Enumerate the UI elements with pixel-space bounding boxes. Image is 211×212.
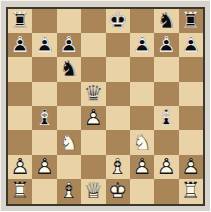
square-d4[interactable]: ♟♙ [81,106,105,130]
white-pawn[interactable]: ♟♙ [32,155,56,179]
black-knight[interactable]: ♞♘ [57,57,81,81]
black-rook-glyph-outline: ♖ [179,9,203,33]
square-f1[interactable] [130,179,154,203]
square-a4[interactable] [8,106,32,130]
white-rook-glyph-outline: ♖ [179,179,203,203]
white-pawn-glyph-outline: ♙ [130,155,154,179]
square-f2[interactable]: ♟♙ [130,155,154,179]
square-b2[interactable]: ♟♙ [32,155,56,179]
square-b3[interactable] [32,130,56,154]
square-d1[interactable]: ♛♕ [81,179,105,203]
square-d8[interactable] [81,9,105,33]
white-pawn-glyph-outline: ♙ [8,155,32,179]
square-e6[interactable] [106,57,130,81]
square-d5[interactable]: ♛♕ [81,82,105,106]
black-rook[interactable]: ♜♖ [8,9,32,33]
black-bishop-glyph-outline: ♗ [32,106,56,130]
square-a1[interactable]: ♜♖ [8,179,32,203]
white-rook-glyph-outline: ♖ [8,179,32,203]
square-h6[interactable] [179,57,203,81]
white-knight[interactable]: ♞♘ [57,130,81,154]
black-bishop[interactable]: ♝♗ [32,106,56,130]
white-bishop[interactable]: ♝♗ [106,155,130,179]
black-pawn-glyph-outline: ♙ [32,33,56,57]
square-d6[interactable] [81,57,105,81]
black-bishop-glyph-outline: ♗ [154,106,178,130]
black-pawn[interactable]: ♟♙ [179,33,203,57]
black-pawn-glyph-outline: ♙ [8,33,32,57]
square-b4[interactable]: ♝♗ [32,106,56,130]
square-a5[interactable] [8,82,32,106]
square-c2[interactable] [57,155,81,179]
square-e3[interactable] [106,130,130,154]
square-g3[interactable] [154,130,178,154]
white-pawn-glyph-outline: ♙ [154,155,178,179]
square-c8[interactable] [57,9,81,33]
black-rook-glyph-outline: ♖ [8,9,32,33]
black-queen-glyph-outline: ♕ [81,82,105,106]
black-king-glyph-outline: ♔ [106,9,130,33]
square-g1[interactable] [154,179,178,203]
black-pawn-glyph-outline: ♙ [179,33,203,57]
white-king-glyph-outline: ♔ [106,179,130,203]
square-c7[interactable]: ♟♙ [57,33,81,57]
square-e4[interactable] [106,106,130,130]
white-king[interactable]: ♚♔ [106,179,130,203]
square-d7[interactable] [81,33,105,57]
square-f8[interactable] [130,9,154,33]
square-c3[interactable]: ♞♘ [57,130,81,154]
white-knight-glyph-outline: ♘ [57,130,81,154]
white-knight[interactable]: ♞♘ [130,130,154,154]
square-c5[interactable] [57,82,81,106]
square-c6[interactable]: ♞♘ [57,57,81,81]
square-h8[interactable]: ♜♖ [179,9,203,33]
white-pawn-glyph-outline: ♙ [179,155,203,179]
square-b5[interactable] [32,82,56,106]
white-pawn[interactable]: ♟♙ [8,155,32,179]
black-pawn-glyph-outline: ♙ [130,33,154,57]
square-c1[interactable]: ♝♗ [57,179,81,203]
square-a3[interactable] [8,130,32,154]
square-g2[interactable]: ♟♙ [154,155,178,179]
square-h5[interactable] [179,82,203,106]
white-queen[interactable]: ♛♕ [81,179,105,203]
black-pawn[interactable]: ♟♙ [8,33,32,57]
black-pawn[interactable]: ♟♙ [130,33,154,57]
square-h1[interactable]: ♜♖ [179,179,203,203]
black-pawn-glyph-outline: ♙ [57,33,81,57]
square-f4[interactable] [130,106,154,130]
square-e2[interactable]: ♝♗ [106,155,130,179]
square-f6[interactable] [130,57,154,81]
square-g5[interactable] [154,82,178,106]
square-h4[interactable] [179,106,203,130]
black-bishop[interactable]: ♝♗ [154,106,178,130]
square-b6[interactable] [32,57,56,81]
white-pawn-glyph-outline: ♙ [32,155,56,179]
square-c4[interactable] [57,106,81,130]
white-knight-glyph-outline: ♘ [130,130,154,154]
square-b8[interactable] [32,9,56,33]
square-a2[interactable]: ♟♙ [8,155,32,179]
square-f5[interactable] [130,82,154,106]
square-g4[interactable]: ♝♗ [154,106,178,130]
board-frame: ♜♖♚♔♞♘♜♖♟♙♟♙♟♙♟♙♟♙♟♙♞♘♛♕♝♗♟♙♝♗♞♘♞♘♟♙♟♙♝♗… [0,0,211,212]
black-queen[interactable]: ♛♕ [81,82,105,106]
white-pawn[interactable]: ♟♙ [154,155,178,179]
chess-board: ♜♖♚♔♞♘♜♖♟♙♟♙♟♙♟♙♟♙♟♙♞♘♛♕♝♗♟♙♝♗♞♘♞♘♟♙♟♙♝♗… [6,7,205,206]
square-h7[interactable]: ♟♙ [179,33,203,57]
square-a6[interactable] [8,57,32,81]
square-g8[interactable]: ♞♘ [154,9,178,33]
white-pawn[interactable]: ♟♙ [179,155,203,179]
black-knight[interactable]: ♞♘ [154,9,178,33]
black-rook[interactable]: ♜♖ [179,9,203,33]
square-a7[interactable]: ♟♙ [8,33,32,57]
square-e8[interactable]: ♚♔ [106,9,130,33]
white-pawn[interactable]: ♟♙ [130,155,154,179]
white-rook[interactable]: ♜♖ [179,179,203,203]
white-bishop-glyph-outline: ♗ [106,155,130,179]
square-f7[interactable]: ♟♙ [130,33,154,57]
square-b1[interactable] [32,179,56,203]
square-e1[interactable]: ♚♔ [106,179,130,203]
square-a8[interactable]: ♜♖ [8,9,32,33]
square-e7[interactable] [106,33,130,57]
black-king[interactable]: ♚♔ [106,9,130,33]
square-g7[interactable]: ♟♙ [154,33,178,57]
black-knight-glyph-outline: ♘ [57,57,81,81]
white-bishop-glyph-outline: ♗ [57,179,81,203]
black-pawn[interactable]: ♟♙ [57,33,81,57]
white-pawn[interactable]: ♟♙ [81,106,105,130]
black-pawn[interactable]: ♟♙ [32,33,56,57]
square-f3[interactable]: ♞♘ [130,130,154,154]
white-queen-glyph-outline: ♕ [81,179,105,203]
square-d3[interactable] [81,130,105,154]
black-knight-glyph-outline: ♘ [154,9,178,33]
square-h2[interactable]: ♟♙ [179,155,203,179]
white-pawn-glyph-outline: ♙ [81,106,105,130]
square-e5[interactable] [106,82,130,106]
black-pawn[interactable]: ♟♙ [154,33,178,57]
white-bishop[interactable]: ♝♗ [57,179,81,203]
white-rook[interactable]: ♜♖ [8,179,32,203]
square-b7[interactable]: ♟♙ [32,33,56,57]
black-pawn-glyph-outline: ♙ [154,33,178,57]
square-d2[interactable] [81,155,105,179]
square-h3[interactable] [179,130,203,154]
square-g6[interactable] [154,57,178,81]
